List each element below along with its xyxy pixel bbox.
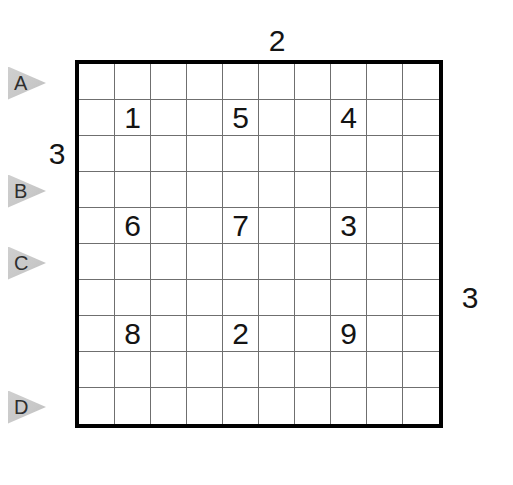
cell-r5c10[interactable] bbox=[403, 208, 439, 244]
given-digit: 4 bbox=[340, 103, 357, 133]
outside-clue-left-3: 3 bbox=[35, 137, 79, 171]
cell-r2c1[interactable] bbox=[79, 100, 115, 136]
cell-r4c2[interactable] bbox=[115, 172, 151, 208]
cell-r3c6[interactable] bbox=[259, 136, 295, 172]
cell-r3c7[interactable] bbox=[295, 136, 331, 172]
row-marker-label: D bbox=[14, 397, 28, 417]
cell-r9c2[interactable] bbox=[115, 352, 151, 388]
cell-r1c2[interactable] bbox=[115, 64, 151, 100]
cell-r5c5[interactable]: 7 bbox=[223, 208, 259, 244]
given-digit: 9 bbox=[340, 319, 357, 349]
given-digit: 2 bbox=[232, 319, 249, 349]
cell-r2c2[interactable]: 1 bbox=[115, 100, 151, 136]
cell-r2c8[interactable]: 4 bbox=[331, 100, 367, 136]
cell-r3c5[interactable] bbox=[223, 136, 259, 172]
cell-r4c3[interactable] bbox=[151, 172, 187, 208]
cell-r10c10[interactable] bbox=[403, 388, 439, 424]
cell-r7c4[interactable] bbox=[187, 280, 223, 316]
cell-r9c1[interactable] bbox=[79, 352, 115, 388]
cell-r9c3[interactable] bbox=[151, 352, 187, 388]
cell-r6c3[interactable] bbox=[151, 244, 187, 280]
row-marker-B: B bbox=[8, 175, 46, 208]
cell-r4c1[interactable] bbox=[79, 172, 115, 208]
cell-r5c7[interactable] bbox=[295, 208, 331, 244]
row-marker-label: A bbox=[14, 73, 27, 93]
cell-r2c3[interactable] bbox=[151, 100, 187, 136]
cell-r2c6[interactable] bbox=[259, 100, 295, 136]
cell-r10c1[interactable] bbox=[79, 388, 115, 424]
cell-r3c8[interactable] bbox=[331, 136, 367, 172]
given-digit: 6 bbox=[124, 211, 141, 241]
cell-r5c3[interactable] bbox=[151, 208, 187, 244]
cell-r8c3[interactable] bbox=[151, 316, 187, 352]
given-digit: 8 bbox=[124, 319, 141, 349]
cell-r1c7[interactable] bbox=[295, 64, 331, 100]
cell-r5c1[interactable] bbox=[79, 208, 115, 244]
cell-r6c5[interactable] bbox=[223, 244, 259, 280]
cell-r3c10[interactable] bbox=[403, 136, 439, 172]
row-marker-C: C bbox=[8, 247, 46, 280]
cell-r1c1[interactable] bbox=[79, 64, 115, 100]
cell-r4c8[interactable] bbox=[331, 172, 367, 208]
cell-r3c1[interactable] bbox=[79, 136, 115, 172]
cell-r10c7[interactable] bbox=[295, 388, 331, 424]
cell-r8c4[interactable] bbox=[187, 316, 223, 352]
cell-r2c5[interactable]: 5 bbox=[223, 100, 259, 136]
outside-clue-right-7: 3 bbox=[448, 281, 492, 315]
cell-r10c2[interactable] bbox=[115, 388, 151, 424]
cell-r7c3[interactable] bbox=[151, 280, 187, 316]
row-marker-D: D bbox=[8, 391, 46, 424]
given-digit: 5 bbox=[232, 103, 249, 133]
row-marker-label: B bbox=[14, 181, 27, 201]
cell-r2c9[interactable] bbox=[367, 100, 403, 136]
cell-r8c9[interactable] bbox=[367, 316, 403, 352]
cell-r4c4[interactable] bbox=[187, 172, 223, 208]
cell-r2c10[interactable] bbox=[403, 100, 439, 136]
given-digit: 3 bbox=[340, 211, 357, 241]
cell-r10c6[interactable] bbox=[259, 388, 295, 424]
cell-r1c3[interactable] bbox=[151, 64, 187, 100]
cell-r3c3[interactable] bbox=[151, 136, 187, 172]
cell-r6c10[interactable] bbox=[403, 244, 439, 280]
cell-r5c8[interactable]: 3 bbox=[331, 208, 367, 244]
cell-r7c10[interactable] bbox=[403, 280, 439, 316]
board-grid: 154673829 bbox=[79, 64, 439, 424]
cell-r6c6[interactable] bbox=[259, 244, 295, 280]
cell-r4c5[interactable] bbox=[223, 172, 259, 208]
cell-r6c2[interactable] bbox=[115, 244, 151, 280]
cell-r8c1[interactable] bbox=[79, 316, 115, 352]
cell-r1c4[interactable] bbox=[187, 64, 223, 100]
cell-r8c6[interactable] bbox=[259, 316, 295, 352]
cell-r4c10[interactable] bbox=[403, 172, 439, 208]
cell-r6c4[interactable] bbox=[187, 244, 223, 280]
cell-r2c7[interactable] bbox=[295, 100, 331, 136]
cell-r1c5[interactable] bbox=[223, 64, 259, 100]
cell-r7c8[interactable] bbox=[331, 280, 367, 316]
cell-r7c6[interactable] bbox=[259, 280, 295, 316]
cell-r3c2[interactable] bbox=[115, 136, 151, 172]
cell-r6c1[interactable] bbox=[79, 244, 115, 280]
cell-r5c9[interactable] bbox=[367, 208, 403, 244]
cell-r6c9[interactable] bbox=[367, 244, 403, 280]
cell-r5c6[interactable] bbox=[259, 208, 295, 244]
puzzle-canvas: 154673829 233 ABCD bbox=[0, 0, 513, 485]
cell-r5c2[interactable]: 6 bbox=[115, 208, 151, 244]
cell-r8c8[interactable]: 9 bbox=[331, 316, 367, 352]
given-digit: 7 bbox=[232, 211, 249, 241]
cell-r9c7[interactable] bbox=[295, 352, 331, 388]
cell-r10c8[interactable] bbox=[331, 388, 367, 424]
cell-r9c9[interactable] bbox=[367, 352, 403, 388]
cell-r9c4[interactable] bbox=[187, 352, 223, 388]
cell-r10c3[interactable] bbox=[151, 388, 187, 424]
cell-r4c6[interactable] bbox=[259, 172, 295, 208]
cell-r1c10[interactable] bbox=[403, 64, 439, 100]
cell-r8c10[interactable] bbox=[403, 316, 439, 352]
cell-r9c5[interactable] bbox=[223, 352, 259, 388]
cell-r9c10[interactable] bbox=[403, 352, 439, 388]
cell-r8c2[interactable]: 8 bbox=[115, 316, 151, 352]
given-digit: 1 bbox=[124, 103, 141, 133]
puzzle-board: 154673829 bbox=[75, 60, 443, 428]
outside-clue-top-6: 2 bbox=[255, 24, 299, 58]
cell-r5c4[interactable] bbox=[187, 208, 223, 244]
cell-r1c8[interactable] bbox=[331, 64, 367, 100]
cell-r4c9[interactable] bbox=[367, 172, 403, 208]
cell-r10c9[interactable] bbox=[367, 388, 403, 424]
row-marker-label: C bbox=[14, 253, 28, 273]
cell-r2c4[interactable] bbox=[187, 100, 223, 136]
cell-r1c6[interactable] bbox=[259, 64, 295, 100]
cell-r10c5[interactable] bbox=[223, 388, 259, 424]
cell-r3c4[interactable] bbox=[187, 136, 223, 172]
cell-r3c9[interactable] bbox=[367, 136, 403, 172]
cell-r8c7[interactable] bbox=[295, 316, 331, 352]
cell-r6c7[interactable] bbox=[295, 244, 331, 280]
cell-r7c1[interactable] bbox=[79, 280, 115, 316]
cell-r9c8[interactable] bbox=[331, 352, 367, 388]
cell-r1c9[interactable] bbox=[367, 64, 403, 100]
cell-r7c7[interactable] bbox=[295, 280, 331, 316]
cell-r6c8[interactable] bbox=[331, 244, 367, 280]
row-marker-A: A bbox=[8, 67, 46, 100]
cell-r7c2[interactable] bbox=[115, 280, 151, 316]
cell-r8c5[interactable]: 2 bbox=[223, 316, 259, 352]
cell-r4c7[interactable] bbox=[295, 172, 331, 208]
cell-r7c5[interactable] bbox=[223, 280, 259, 316]
cell-r7c9[interactable] bbox=[367, 280, 403, 316]
cell-r10c4[interactable] bbox=[187, 388, 223, 424]
cell-r9c6[interactable] bbox=[259, 352, 295, 388]
